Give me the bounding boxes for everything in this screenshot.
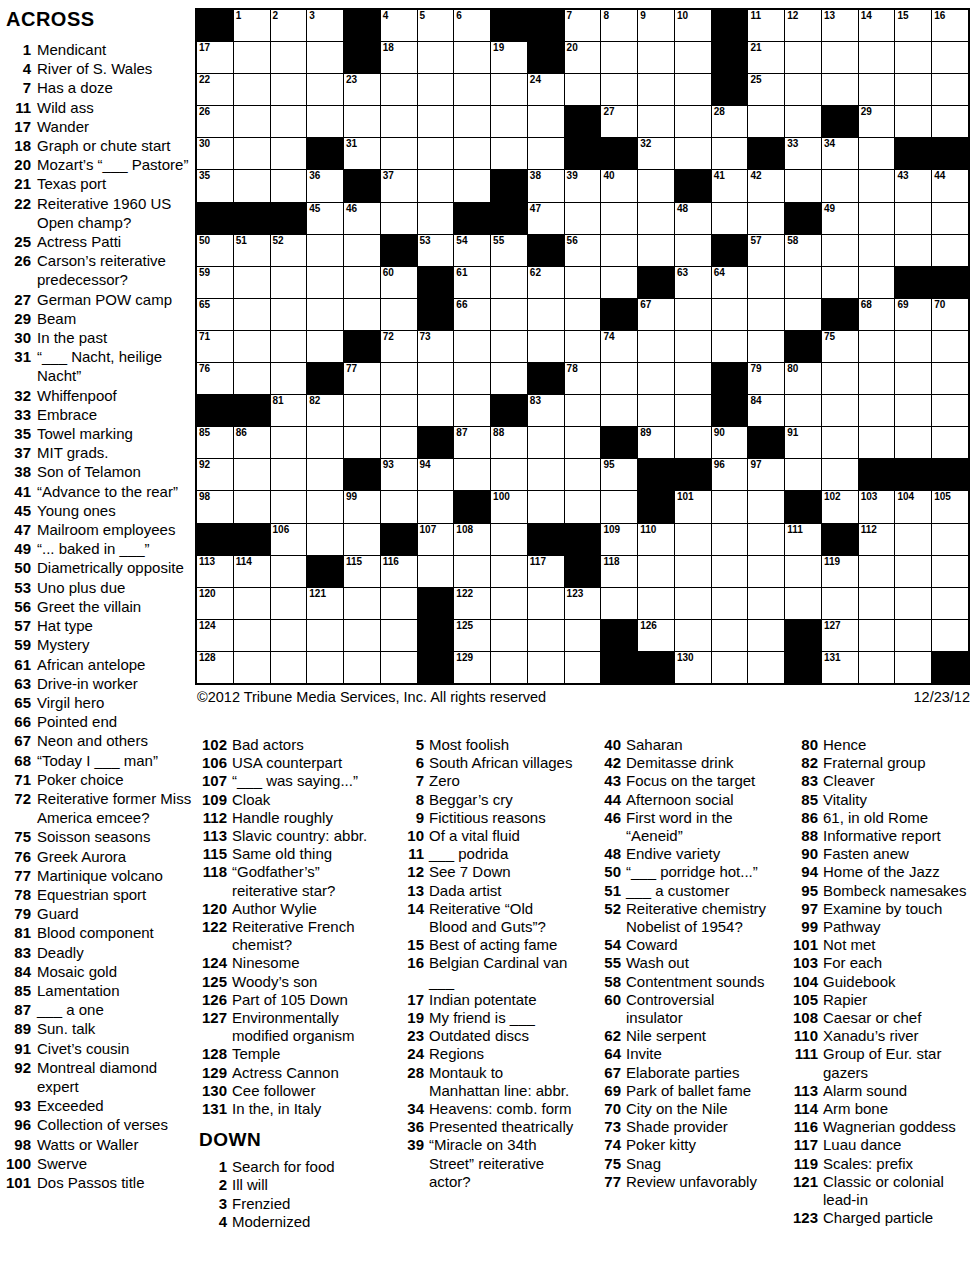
grid-cell[interactable]: 121 <box>307 588 343 619</box>
grid-cell[interactable]: 85 <box>197 427 233 458</box>
grid-cell[interactable] <box>859 588 895 619</box>
grid-cell[interactable] <box>528 331 564 362</box>
grid-cell[interactable]: 93 <box>381 459 417 490</box>
grid-cell[interactable] <box>234 74 270 105</box>
grid-cell[interactable] <box>785 556 821 587</box>
grid-cell[interactable] <box>307 459 343 490</box>
grid-cell[interactable]: 70 <box>932 299 968 330</box>
grid-cell[interactable]: 105 <box>932 491 968 522</box>
grid-cell[interactable]: 108 <box>454 524 490 555</box>
grid-cell[interactable] <box>675 106 711 137</box>
grid-cell[interactable] <box>932 42 968 73</box>
grid-cell[interactable]: 34 <box>822 138 858 169</box>
grid-cell[interactable] <box>344 427 380 458</box>
grid-cell[interactable] <box>418 106 454 137</box>
grid-cell[interactable]: 57 <box>748 235 784 266</box>
grid-cell[interactable]: 10 <box>675 10 711 41</box>
grid-cell[interactable] <box>528 620 564 651</box>
grid-cell[interactable]: 120 <box>197 588 233 619</box>
grid-cell[interactable] <box>748 588 784 619</box>
grid-cell[interactable]: 12 <box>785 10 821 41</box>
grid-cell[interactable] <box>638 235 674 266</box>
grid-cell[interactable] <box>895 363 931 394</box>
grid-cell[interactable] <box>565 427 601 458</box>
grid-cell[interactable] <box>748 106 784 137</box>
grid-cell[interactable] <box>895 203 931 234</box>
grid-cell[interactable]: 71 <box>197 331 233 362</box>
grid-cell[interactable] <box>234 106 270 137</box>
grid-cell[interactable] <box>271 556 307 587</box>
grid-cell[interactable] <box>638 74 674 105</box>
grid-cell[interactable] <box>307 267 343 298</box>
grid-cell[interactable] <box>234 170 270 201</box>
grid-cell[interactable] <box>601 363 637 394</box>
grid-cell[interactable] <box>307 331 343 362</box>
grid-cell[interactable]: 114 <box>234 556 270 587</box>
grid-cell[interactable] <box>638 203 674 234</box>
grid-cell[interactable]: 112 <box>859 524 895 555</box>
grid-cell[interactable]: 79 <box>748 363 784 394</box>
grid-cell[interactable] <box>565 203 601 234</box>
grid-cell[interactable]: 54 <box>454 235 490 266</box>
grid-cell[interactable] <box>895 42 931 73</box>
grid-cell[interactable] <box>454 556 490 587</box>
grid-cell[interactable]: 50 <box>197 235 233 266</box>
grid-cell[interactable]: 88 <box>491 427 527 458</box>
grid-cell[interactable] <box>307 42 343 73</box>
grid-cell[interactable] <box>271 42 307 73</box>
grid-cell[interactable]: 4 <box>381 10 417 41</box>
grid-cell[interactable] <box>381 74 417 105</box>
grid-cell[interactable]: 122 <box>454 588 490 619</box>
grid-cell[interactable] <box>932 620 968 651</box>
grid-cell[interactable]: 119 <box>822 556 858 587</box>
grid-cell[interactable]: 96 <box>712 459 748 490</box>
grid-cell[interactable] <box>675 331 711 362</box>
grid-cell[interactable] <box>454 170 490 201</box>
grid-cell[interactable]: 33 <box>785 138 821 169</box>
grid-cell[interactable] <box>932 524 968 555</box>
grid-cell[interactable] <box>712 620 748 651</box>
grid-cell[interactable]: 39 <box>565 170 601 201</box>
grid-cell[interactable]: 116 <box>381 556 417 587</box>
grid-cell[interactable]: 67 <box>638 299 674 330</box>
grid-cell[interactable] <box>712 556 748 587</box>
grid-cell[interactable]: 20 <box>565 42 601 73</box>
grid-cell[interactable]: 35 <box>197 170 233 201</box>
grid-cell[interactable]: 14 <box>859 10 895 41</box>
grid-cell[interactable]: 94 <box>418 459 454 490</box>
grid-cell[interactable] <box>565 74 601 105</box>
grid-cell[interactable] <box>748 299 784 330</box>
grid-cell[interactable] <box>565 299 601 330</box>
grid-cell[interactable] <box>381 106 417 137</box>
grid-cell[interactable] <box>822 42 858 73</box>
grid-cell[interactable] <box>307 106 343 137</box>
grid-cell[interactable] <box>859 331 895 362</box>
grid-cell[interactable] <box>491 267 527 298</box>
grid-cell[interactable]: 40 <box>601 170 637 201</box>
grid-cell[interactable]: 118 <box>601 556 637 587</box>
grid-cell[interactable] <box>675 588 711 619</box>
grid-cell[interactable] <box>859 74 895 105</box>
grid-cell[interactable] <box>785 106 821 137</box>
grid-cell[interactable] <box>638 170 674 201</box>
grid-cell[interactable] <box>748 556 784 587</box>
grid-cell[interactable] <box>528 299 564 330</box>
grid-cell[interactable]: 75 <box>822 331 858 362</box>
grid-cell[interactable] <box>822 74 858 105</box>
grid-cell[interactable] <box>454 331 490 362</box>
grid-cell[interactable]: 106 <box>271 524 307 555</box>
grid-cell[interactable]: 51 <box>234 235 270 266</box>
grid-cell[interactable] <box>344 588 380 619</box>
grid-cell[interactable]: 60 <box>381 267 417 298</box>
grid-cell[interactable]: 7 <box>565 10 601 41</box>
grid-cell[interactable] <box>271 74 307 105</box>
grid-cell[interactable] <box>565 459 601 490</box>
grid-cell[interactable] <box>454 395 490 426</box>
grid-cell[interactable] <box>601 395 637 426</box>
grid-cell[interactable]: 90 <box>712 427 748 458</box>
grid-cell[interactable]: 89 <box>638 427 674 458</box>
grid-cell[interactable] <box>638 395 674 426</box>
grid-cell[interactable] <box>271 620 307 651</box>
grid-cell[interactable] <box>712 524 748 555</box>
grid-cell[interactable] <box>307 524 343 555</box>
grid-cell[interactable]: 91 <box>785 427 821 458</box>
grid-cell[interactable] <box>271 652 307 683</box>
grid-cell[interactable] <box>895 235 931 266</box>
grid-cell[interactable] <box>675 395 711 426</box>
grid-cell[interactable] <box>748 524 784 555</box>
grid-cell[interactable] <box>675 299 711 330</box>
grid-cell[interactable]: 87 <box>454 427 490 458</box>
grid-cell[interactable]: 32 <box>638 138 674 169</box>
grid-cell[interactable] <box>712 331 748 362</box>
grid-cell[interactable]: 92 <box>197 459 233 490</box>
grid-cell[interactable] <box>859 170 895 201</box>
grid-cell[interactable] <box>748 620 784 651</box>
grid-cell[interactable] <box>454 138 490 169</box>
grid-cell[interactable] <box>785 395 821 426</box>
grid-cell[interactable] <box>381 138 417 169</box>
grid-cell[interactable] <box>712 652 748 683</box>
grid-cell[interactable] <box>271 299 307 330</box>
grid-cell[interactable]: 83 <box>528 395 564 426</box>
grid-cell[interactable]: 81 <box>271 395 307 426</box>
grid-cell[interactable]: 115 <box>344 556 380 587</box>
grid-cell[interactable]: 129 <box>454 652 490 683</box>
grid-cell[interactable]: 99 <box>344 491 380 522</box>
grid-cell[interactable] <box>565 652 601 683</box>
grid-cell[interactable]: 98 <box>197 491 233 522</box>
grid-cell[interactable] <box>307 74 343 105</box>
grid-cell[interactable] <box>418 74 454 105</box>
grid-cell[interactable]: 68 <box>859 299 895 330</box>
grid-cell[interactable]: 31 <box>344 138 380 169</box>
grid-cell[interactable] <box>932 331 968 362</box>
grid-cell[interactable]: 80 <box>785 363 821 394</box>
grid-cell[interactable] <box>675 235 711 266</box>
grid-cell[interactable]: 64 <box>712 267 748 298</box>
grid-cell[interactable]: 66 <box>454 299 490 330</box>
grid-cell[interactable]: 47 <box>528 203 564 234</box>
grid-cell[interactable]: 113 <box>197 556 233 587</box>
grid-cell[interactable] <box>712 588 748 619</box>
grid-cell[interactable]: 19 <box>491 42 527 73</box>
grid-cell[interactable]: 36 <box>307 170 343 201</box>
grid-cell[interactable] <box>859 620 895 651</box>
grid-cell[interactable] <box>822 395 858 426</box>
grid-cell[interactable] <box>785 299 821 330</box>
grid-cell[interactable] <box>528 652 564 683</box>
grid-cell[interactable]: 3 <box>307 10 343 41</box>
grid-cell[interactable] <box>381 620 417 651</box>
grid-cell[interactable]: 48 <box>675 203 711 234</box>
grid-cell[interactable]: 22 <box>197 74 233 105</box>
grid-cell[interactable] <box>491 331 527 362</box>
grid-cell[interactable] <box>307 235 343 266</box>
grid-cell[interactable]: 28 <box>712 106 748 137</box>
grid-cell[interactable] <box>565 267 601 298</box>
grid-cell[interactable] <box>712 299 748 330</box>
grid-cell[interactable] <box>528 588 564 619</box>
grid-cell[interactable] <box>638 106 674 137</box>
grid-cell[interactable] <box>271 459 307 490</box>
grid-cell[interactable] <box>418 42 454 73</box>
grid-cell[interactable]: 25 <box>748 74 784 105</box>
grid-cell[interactable]: 42 <box>748 170 784 201</box>
grid-cell[interactable] <box>712 138 748 169</box>
grid-cell[interactable] <box>307 620 343 651</box>
grid-cell[interactable] <box>601 74 637 105</box>
grid-cell[interactable] <box>418 363 454 394</box>
grid-cell[interactable] <box>271 170 307 201</box>
grid-cell[interactable] <box>491 620 527 651</box>
grid-cell[interactable] <box>712 203 748 234</box>
grid-cell[interactable] <box>895 556 931 587</box>
grid-cell[interactable]: 1 <box>234 10 270 41</box>
grid-cell[interactable]: 59 <box>197 267 233 298</box>
grid-cell[interactable] <box>234 138 270 169</box>
grid-cell[interactable]: 128 <box>197 652 233 683</box>
grid-cell[interactable] <box>454 42 490 73</box>
grid-cell[interactable] <box>675 427 711 458</box>
grid-cell[interactable]: 53 <box>418 235 454 266</box>
grid-cell[interactable] <box>859 235 895 266</box>
grid-cell[interactable] <box>307 299 343 330</box>
grid-cell[interactable]: 107 <box>418 524 454 555</box>
grid-cell[interactable]: 127 <box>822 620 858 651</box>
grid-cell[interactable] <box>528 427 564 458</box>
grid-cell[interactable] <box>234 620 270 651</box>
grid-cell[interactable] <box>418 203 454 234</box>
grid-cell[interactable] <box>675 42 711 73</box>
grid-cell[interactable]: 43 <box>895 170 931 201</box>
grid-cell[interactable] <box>822 267 858 298</box>
grid-cell[interactable]: 44 <box>932 170 968 201</box>
grid-cell[interactable]: 104 <box>895 491 931 522</box>
grid-cell[interactable]: 131 <box>822 652 858 683</box>
grid-cell[interactable] <box>638 588 674 619</box>
grid-cell[interactable] <box>932 235 968 266</box>
grid-cell[interactable] <box>528 138 564 169</box>
grid-cell[interactable]: 37 <box>381 170 417 201</box>
grid-cell[interactable]: 102 <box>822 491 858 522</box>
grid-cell[interactable] <box>344 267 380 298</box>
grid-cell[interactable] <box>271 331 307 362</box>
grid-cell[interactable] <box>675 138 711 169</box>
grid-cell[interactable] <box>454 106 490 137</box>
grid-cell[interactable]: 29 <box>859 106 895 137</box>
grid-cell[interactable]: 49 <box>822 203 858 234</box>
grid-cell[interactable] <box>381 652 417 683</box>
grid-cell[interactable]: 78 <box>565 363 601 394</box>
grid-cell[interactable] <box>381 491 417 522</box>
grid-cell[interactable] <box>271 588 307 619</box>
grid-cell[interactable] <box>859 363 895 394</box>
grid-cell[interactable] <box>271 138 307 169</box>
grid-cell[interactable]: 101 <box>675 491 711 522</box>
grid-cell[interactable]: 26 <box>197 106 233 137</box>
grid-cell[interactable] <box>638 556 674 587</box>
grid-cell[interactable] <box>638 363 674 394</box>
grid-cell[interactable]: 18 <box>381 42 417 73</box>
grid-cell[interactable] <box>895 652 931 683</box>
grid-cell[interactable] <box>932 106 968 137</box>
grid-cell[interactable] <box>271 427 307 458</box>
grid-cell[interactable] <box>859 267 895 298</box>
grid-cell[interactable] <box>895 74 931 105</box>
grid-cell[interactable]: 38 <box>528 170 564 201</box>
grid-cell[interactable] <box>528 106 564 137</box>
grid-cell[interactable]: 124 <box>197 620 233 651</box>
grid-cell[interactable] <box>895 620 931 651</box>
grid-cell[interactable] <box>785 170 821 201</box>
grid-cell[interactable] <box>381 588 417 619</box>
grid-cell[interactable] <box>859 42 895 73</box>
grid-cell[interactable] <box>785 267 821 298</box>
grid-cell[interactable] <box>565 620 601 651</box>
grid-cell[interactable]: 73 <box>418 331 454 362</box>
grid-cell[interactable]: 30 <box>197 138 233 169</box>
grid-cell[interactable]: 21 <box>748 42 784 73</box>
grid-cell[interactable]: 2 <box>271 10 307 41</box>
grid-cell[interactable] <box>675 556 711 587</box>
grid-cell[interactable] <box>895 331 931 362</box>
grid-cell[interactable]: 45 <box>307 203 343 234</box>
grid-cell[interactable] <box>895 395 931 426</box>
grid-cell[interactable] <box>859 395 895 426</box>
grid-cell[interactable]: 97 <box>748 459 784 490</box>
grid-cell[interactable] <box>271 363 307 394</box>
grid-cell[interactable]: 5 <box>418 10 454 41</box>
grid-cell[interactable] <box>932 363 968 394</box>
grid-cell[interactable]: 110 <box>638 524 674 555</box>
grid-cell[interactable] <box>234 652 270 683</box>
grid-cell[interactable]: 65 <box>197 299 233 330</box>
grid-cell[interactable] <box>381 203 417 234</box>
grid-cell[interactable]: 17 <box>197 42 233 73</box>
grid-cell[interactable]: 77 <box>344 363 380 394</box>
grid-cell[interactable] <box>491 524 527 555</box>
grid-cell[interactable]: 62 <box>528 267 564 298</box>
grid-cell[interactable]: 111 <box>785 524 821 555</box>
grid-cell[interactable] <box>932 395 968 426</box>
grid-cell[interactable] <box>822 235 858 266</box>
grid-cell[interactable] <box>822 427 858 458</box>
grid-cell[interactable] <box>234 267 270 298</box>
grid-cell[interactable] <box>895 588 931 619</box>
grid-cell[interactable] <box>491 652 527 683</box>
grid-cell[interactable] <box>234 588 270 619</box>
grid-cell[interactable] <box>785 74 821 105</box>
grid-cell[interactable] <box>491 106 527 137</box>
grid-cell[interactable] <box>822 459 858 490</box>
grid-cell[interactable] <box>491 74 527 105</box>
grid-cell[interactable] <box>454 459 490 490</box>
grid-cell[interactable] <box>932 588 968 619</box>
grid-cell[interactable] <box>344 652 380 683</box>
grid-cell[interactable]: 82 <box>307 395 343 426</box>
grid-cell[interactable]: 27 <box>601 106 637 137</box>
grid-cell[interactable] <box>601 203 637 234</box>
grid-cell[interactable] <box>822 170 858 201</box>
grid-cell[interactable] <box>601 588 637 619</box>
grid-cell[interactable]: 56 <box>565 235 601 266</box>
grid-cell[interactable] <box>491 363 527 394</box>
grid-cell[interactable]: 16 <box>932 10 968 41</box>
grid-cell[interactable] <box>748 267 784 298</box>
grid-cell[interactable]: 8 <box>601 10 637 41</box>
grid-cell[interactable]: 74 <box>601 331 637 362</box>
grid-cell[interactable]: 130 <box>675 652 711 683</box>
grid-cell[interactable] <box>344 106 380 137</box>
grid-cell[interactable] <box>234 299 270 330</box>
grid-cell[interactable] <box>785 588 821 619</box>
grid-cell[interactable] <box>234 363 270 394</box>
grid-cell[interactable] <box>234 331 270 362</box>
grid-cell[interactable]: 84 <box>748 395 784 426</box>
grid-cell[interactable] <box>822 363 858 394</box>
grid-cell[interactable] <box>491 299 527 330</box>
grid-cell[interactable]: 103 <box>859 491 895 522</box>
grid-cell[interactable]: 117 <box>528 556 564 587</box>
grid-cell[interactable] <box>932 556 968 587</box>
grid-cell[interactable]: 86 <box>234 427 270 458</box>
grid-cell[interactable] <box>234 42 270 73</box>
grid-cell[interactable]: 23 <box>344 74 380 105</box>
grid-cell[interactable]: 123 <box>565 588 601 619</box>
grid-cell[interactable] <box>785 459 821 490</box>
grid-cell[interactable] <box>344 620 380 651</box>
grid-cell[interactable] <box>601 267 637 298</box>
grid-cell[interactable] <box>859 203 895 234</box>
grid-cell[interactable] <box>454 74 490 105</box>
grid-cell[interactable] <box>454 363 490 394</box>
grid-cell[interactable]: 55 <box>491 235 527 266</box>
grid-cell[interactable] <box>528 491 564 522</box>
grid-cell[interactable]: 52 <box>271 235 307 266</box>
grid-cell[interactable] <box>271 491 307 522</box>
grid-cell[interactable]: 63 <box>675 267 711 298</box>
grid-cell[interactable] <box>859 138 895 169</box>
grid-cell[interactable] <box>565 331 601 362</box>
grid-cell[interactable] <box>859 427 895 458</box>
grid-cell[interactable] <box>748 203 784 234</box>
grid-cell[interactable] <box>932 427 968 458</box>
